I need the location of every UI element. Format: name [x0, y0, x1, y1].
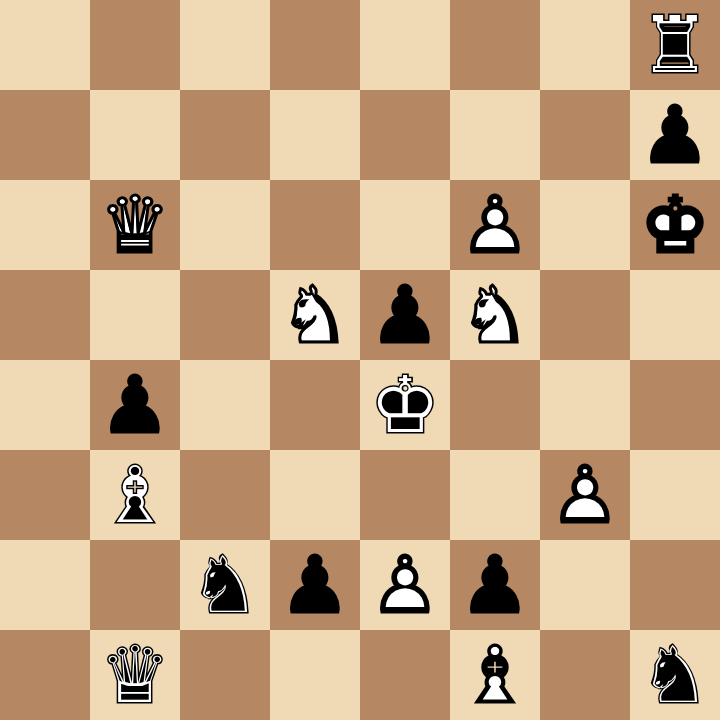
piece-black-pawn[interactable]: ♟ [360, 270, 450, 360]
square-b7[interactable] [90, 90, 180, 180]
square-g8[interactable] [540, 0, 630, 90]
square-c3[interactable] [180, 450, 270, 540]
square-b1[interactable]: ♛♕ [90, 630, 180, 720]
black-rook-outline-glyph: ♖ [630, 0, 720, 90]
square-b4[interactable]: ♟ [90, 360, 180, 450]
square-g5[interactable] [540, 270, 630, 360]
square-f6[interactable]: ♟♙ [450, 180, 540, 270]
square-a3[interactable] [0, 450, 90, 540]
black-knight-outline-glyph: ♘ [180, 540, 270, 630]
piece-black-pawn[interactable]: ♟ [450, 540, 540, 630]
square-h7[interactable]: ♟ [630, 90, 720, 180]
square-b5[interactable] [90, 270, 180, 360]
piece-white-pawn[interactable]: ♟♙ [360, 540, 450, 630]
piece-white-knight[interactable]: ♞♘ [270, 270, 360, 360]
square-d8[interactable] [270, 0, 360, 90]
square-f5[interactable]: ♞♘ [450, 270, 540, 360]
square-c1[interactable] [180, 630, 270, 720]
square-c2[interactable]: ♞♘ [180, 540, 270, 630]
square-b6[interactable]: ♛♕ [90, 180, 180, 270]
piece-black-queen[interactable]: ♛♕ [90, 630, 180, 720]
square-a2[interactable] [0, 540, 90, 630]
white-pawn-outline-glyph: ♙ [360, 540, 450, 630]
square-a7[interactable] [0, 90, 90, 180]
square-e7[interactable] [360, 90, 450, 180]
white-knight-outline-glyph: ♘ [450, 270, 540, 360]
square-g6[interactable] [540, 180, 630, 270]
square-f7[interactable] [450, 90, 540, 180]
white-knight-outline-glyph: ♘ [270, 270, 360, 360]
square-d2[interactable]: ♟ [270, 540, 360, 630]
square-g1[interactable] [540, 630, 630, 720]
square-h2[interactable] [630, 540, 720, 630]
square-c7[interactable] [180, 90, 270, 180]
square-b3[interactable]: ♝♗ [90, 450, 180, 540]
chess-board: ♜♖♟♛♕♟♙♚♔♞♘♟♞♘♟♚♔♝♗♟♙♞♘♟♟♙♟♛♕♝♗♞♘ [0, 0, 720, 720]
square-f8[interactable] [450, 0, 540, 90]
square-g2[interactable] [540, 540, 630, 630]
black-pawn-fill-glyph: ♟ [450, 540, 540, 630]
square-h6[interactable]: ♚♔ [630, 180, 720, 270]
square-c5[interactable] [180, 270, 270, 360]
square-h4[interactable] [630, 360, 720, 450]
square-a8[interactable] [0, 0, 90, 90]
black-king-outline-glyph: ♔ [360, 360, 450, 450]
square-d3[interactable] [270, 450, 360, 540]
piece-white-king[interactable]: ♚♔ [630, 180, 720, 270]
piece-white-bishop[interactable]: ♝♗ [450, 630, 540, 720]
black-queen-outline-glyph: ♕ [90, 630, 180, 720]
square-e4[interactable]: ♚♔ [360, 360, 450, 450]
black-pawn-fill-glyph: ♟ [270, 540, 360, 630]
square-d5[interactable]: ♞♘ [270, 270, 360, 360]
piece-black-king[interactable]: ♚♔ [360, 360, 450, 450]
square-a1[interactable] [0, 630, 90, 720]
square-f1[interactable]: ♝♗ [450, 630, 540, 720]
square-g4[interactable] [540, 360, 630, 450]
piece-white-knight[interactable]: ♞♘ [450, 270, 540, 360]
square-h5[interactable] [630, 270, 720, 360]
square-h1[interactable]: ♞♘ [630, 630, 720, 720]
piece-black-knight[interactable]: ♞♘ [180, 540, 270, 630]
white-queen-outline-glyph: ♕ [90, 180, 180, 270]
black-pawn-fill-glyph: ♟ [360, 270, 450, 360]
square-a4[interactable] [0, 360, 90, 450]
piece-black-knight[interactable]: ♞♘ [630, 630, 720, 720]
black-pawn-fill-glyph: ♟ [630, 90, 720, 180]
square-b8[interactable] [90, 0, 180, 90]
square-c6[interactable] [180, 180, 270, 270]
square-c8[interactable] [180, 0, 270, 90]
piece-white-pawn[interactable]: ♟♙ [540, 450, 630, 540]
white-king-outline-glyph: ♔ [630, 180, 720, 270]
square-d4[interactable] [270, 360, 360, 450]
square-g3[interactable]: ♟♙ [540, 450, 630, 540]
square-h8[interactable]: ♜♖ [630, 0, 720, 90]
white-bishop-outline-glyph: ♗ [450, 630, 540, 720]
square-f4[interactable] [450, 360, 540, 450]
square-e1[interactable] [360, 630, 450, 720]
piece-black-pawn[interactable]: ♟ [630, 90, 720, 180]
black-knight-outline-glyph: ♘ [630, 630, 720, 720]
black-bishop-outline-glyph: ♗ [90, 450, 180, 540]
square-e2[interactable]: ♟♙ [360, 540, 450, 630]
square-d6[interactable] [270, 180, 360, 270]
piece-black-pawn[interactable]: ♟ [90, 360, 180, 450]
white-pawn-outline-glyph: ♙ [450, 180, 540, 270]
square-a6[interactable] [0, 180, 90, 270]
square-f3[interactable] [450, 450, 540, 540]
square-g7[interactable] [540, 90, 630, 180]
square-c4[interactable] [180, 360, 270, 450]
black-pawn-fill-glyph: ♟ [90, 360, 180, 450]
square-b2[interactable] [90, 540, 180, 630]
piece-black-pawn[interactable]: ♟ [270, 540, 360, 630]
piece-black-rook[interactable]: ♜♖ [630, 0, 720, 90]
piece-white-pawn[interactable]: ♟♙ [450, 180, 540, 270]
square-e5[interactable]: ♟ [360, 270, 450, 360]
piece-white-queen[interactable]: ♛♕ [90, 180, 180, 270]
square-d7[interactable] [270, 90, 360, 180]
square-e3[interactable] [360, 450, 450, 540]
white-pawn-outline-glyph: ♙ [540, 450, 630, 540]
piece-black-bishop[interactable]: ♝♗ [90, 450, 180, 540]
square-e8[interactable] [360, 0, 450, 90]
square-a5[interactable] [0, 270, 90, 360]
square-f2[interactable]: ♟ [450, 540, 540, 630]
square-e6[interactable] [360, 180, 450, 270]
square-h3[interactable] [630, 450, 720, 540]
square-d1[interactable] [270, 630, 360, 720]
